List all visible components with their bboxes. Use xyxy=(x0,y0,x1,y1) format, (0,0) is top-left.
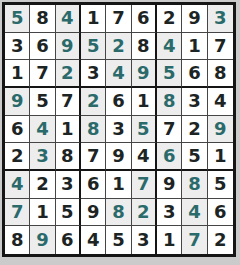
cell-r6c6-entered[interactable]: 4 xyxy=(132,143,157,171)
cell-r9c2-given[interactable]: 9 xyxy=(30,226,55,254)
cell-r8c5-given[interactable]: 8 xyxy=(106,199,131,227)
cell-r9c1-entered[interactable]: 8 xyxy=(5,226,30,254)
cell-r5c9-given[interactable]: 9 xyxy=(208,116,233,144)
cell-r3c1-entered[interactable]: 1 xyxy=(5,60,30,88)
cell-r2c5-given[interactable]: 2 xyxy=(106,33,131,61)
cell-r8c9-entered[interactable]: 6 xyxy=(208,199,233,227)
cell-r1c8-entered[interactable]: 9 xyxy=(182,5,207,33)
cell-r2c3-given[interactable]: 9 xyxy=(56,33,81,61)
cell-r4c2-entered[interactable]: 5 xyxy=(30,88,55,116)
cell-r8c2-entered[interactable]: 1 xyxy=(30,199,55,227)
cell-r4c7-given[interactable]: 8 xyxy=(157,88,182,116)
cell-r1c5-entered[interactable]: 7 xyxy=(106,5,131,33)
cell-r9c8-given[interactable]: 7 xyxy=(182,226,207,254)
cell-r2c8-entered[interactable]: 1 xyxy=(182,33,207,61)
cell-r3c2-entered[interactable]: 7 xyxy=(30,60,55,88)
cell-r2c6-entered[interactable]: 8 xyxy=(132,33,157,61)
cell-r2c1-entered[interactable]: 3 xyxy=(5,33,30,61)
cell-r6c7-given[interactable]: 6 xyxy=(157,143,182,171)
cell-r6c5-entered[interactable]: 9 xyxy=(106,143,131,171)
cell-r4c8-entered[interactable]: 3 xyxy=(182,88,207,116)
cell-r4c4-given[interactable]: 2 xyxy=(81,88,106,116)
cell-r3c6-given[interactable]: 9 xyxy=(132,60,157,88)
cell-r8c6-given[interactable]: 2 xyxy=(132,199,157,227)
cell-r4c5-entered[interactable]: 6 xyxy=(106,88,131,116)
cell-r2c7-given[interactable]: 4 xyxy=(157,33,182,61)
cell-r6c9-entered[interactable]: 1 xyxy=(208,143,233,171)
cell-r3c3-given[interactable]: 2 xyxy=(56,60,81,88)
cell-r9c7-entered[interactable]: 1 xyxy=(157,226,182,254)
cell-r3c4-entered[interactable]: 3 xyxy=(81,60,106,88)
cell-r4c3-entered[interactable]: 7 xyxy=(56,88,81,116)
cell-r9c5-entered[interactable]: 5 xyxy=(106,226,131,254)
cell-r7c3-entered[interactable]: 3 xyxy=(56,171,81,199)
cell-r5c8-entered[interactable]: 2 xyxy=(182,116,207,144)
cell-r7c8-given[interactable]: 8 xyxy=(182,171,207,199)
cell-r7c1-given[interactable]: 4 xyxy=(5,171,30,199)
cell-r4c9-entered[interactable]: 4 xyxy=(208,88,233,116)
cell-r8c8-given[interactable]: 4 xyxy=(182,199,207,227)
cell-r1c3-given[interactable]: 4 xyxy=(56,5,81,33)
cell-r5c5-entered[interactable]: 3 xyxy=(106,116,131,144)
cell-r3c8-entered[interactable]: 6 xyxy=(182,60,207,88)
cell-r6c2-given[interactable]: 3 xyxy=(30,143,55,171)
cell-r6c4-entered[interactable]: 7 xyxy=(81,143,106,171)
cell-r8c1-given[interactable]: 7 xyxy=(5,199,30,227)
sudoku-app: 5841762933695284171723495689572618346418… xyxy=(0,0,240,265)
cell-r2c2-entered[interactable]: 6 xyxy=(30,33,55,61)
cell-r7c7-entered[interactable]: 9 xyxy=(157,171,182,199)
cell-r8c7-entered[interactable]: 3 xyxy=(157,199,182,227)
cell-r2c9-entered[interactable]: 7 xyxy=(208,33,233,61)
cell-r1c7-entered[interactable]: 2 xyxy=(157,5,182,33)
cell-r7c2-entered[interactable]: 2 xyxy=(30,171,55,199)
cell-r1c4-entered[interactable]: 1 xyxy=(81,5,106,33)
cell-r1c9-given[interactable]: 3 xyxy=(208,5,233,33)
cell-r6c8-entered[interactable]: 5 xyxy=(182,143,207,171)
cell-r6c1-entered[interactable]: 2 xyxy=(5,143,30,171)
cell-r7c6-given[interactable]: 7 xyxy=(132,171,157,199)
cell-r5c3-entered[interactable]: 1 xyxy=(56,116,81,144)
cell-r1c6-entered[interactable]: 6 xyxy=(132,5,157,33)
cell-r2c4-given[interactable]: 5 xyxy=(81,33,106,61)
cell-r8c3-entered[interactable]: 5 xyxy=(56,199,81,227)
cell-r8c4-entered[interactable]: 9 xyxy=(81,199,106,227)
cell-r1c1-given[interactable]: 5 xyxy=(5,5,30,33)
cell-r7c9-entered[interactable]: 5 xyxy=(208,171,233,199)
cell-r1c2-entered[interactable]: 8 xyxy=(30,5,55,33)
cell-r5c7-entered[interactable]: 7 xyxy=(157,116,182,144)
cell-r9c4-entered[interactable]: 4 xyxy=(81,226,106,254)
cell-r5c4-given[interactable]: 8 xyxy=(81,116,106,144)
cell-r5c2-given[interactable]: 4 xyxy=(30,116,55,144)
cell-r5c6-given[interactable]: 5 xyxy=(132,116,157,144)
cell-r3c7-given[interactable]: 5 xyxy=(157,60,182,88)
cell-r3c5-given[interactable]: 4 xyxy=(106,60,131,88)
cell-r3c9-entered[interactable]: 8 xyxy=(208,60,233,88)
cell-r5c1-entered[interactable]: 6 xyxy=(5,116,30,144)
cell-r6c3-entered[interactable]: 8 xyxy=(56,143,81,171)
cell-r9c6-entered[interactable]: 3 xyxy=(132,226,157,254)
cell-r4c6-entered[interactable]: 1 xyxy=(132,88,157,116)
cell-r9c3-entered[interactable]: 6 xyxy=(56,226,81,254)
sudoku-board: 5841762933695284171723495689572618346418… xyxy=(2,2,236,257)
cell-r9c9-entered[interactable]: 2 xyxy=(208,226,233,254)
cell-r4c1-given[interactable]: 9 xyxy=(5,88,30,116)
cell-r7c4-entered[interactable]: 6 xyxy=(81,171,106,199)
cell-r7c5-entered[interactable]: 1 xyxy=(106,171,131,199)
